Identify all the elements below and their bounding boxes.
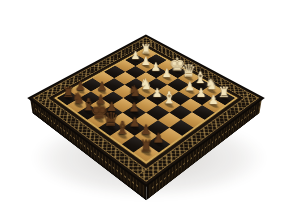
chess-set-scene: ♜♞♝♛♚♜♟♟♟♟♟♟♟♟♝♞♜♝♛♚♝♞♜♟♟♟♟♟♟♟♟♞ <box>0 0 290 219</box>
photo-backdrop: ♜♞♝♛♚♜♟♟♟♟♟♟♟♟♝♞♜♝♛♚♝♞♜♟♟♟♟♟♟♟♟♞ <box>0 0 290 219</box>
